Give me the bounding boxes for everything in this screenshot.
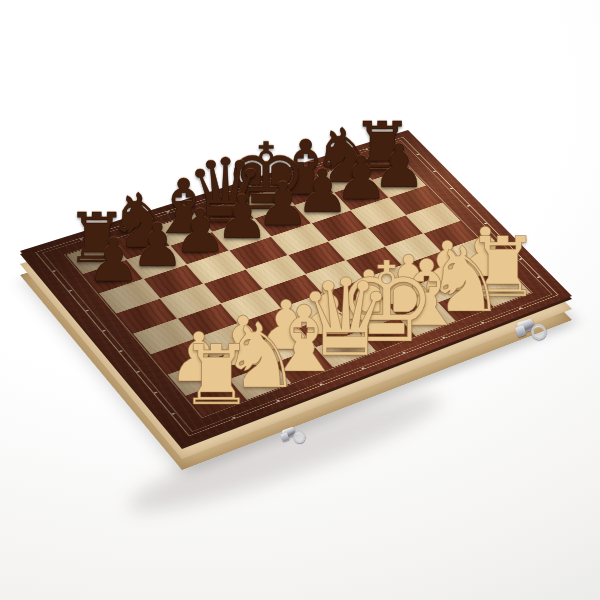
latch-loop bbox=[291, 429, 307, 445]
metal-latch[interactable] bbox=[513, 313, 549, 345]
metal-latch[interactable] bbox=[278, 422, 307, 448]
clasps-layer bbox=[0, 0, 600, 600]
chess-set-photo: ♜︎♞︎♝︎♛︎♚︎♝︎♞︎♜︎♟︎♟︎♟︎♟︎♟︎♟︎♟︎♟︎♟︎♟︎♟︎♟︎… bbox=[0, 0, 600, 600]
